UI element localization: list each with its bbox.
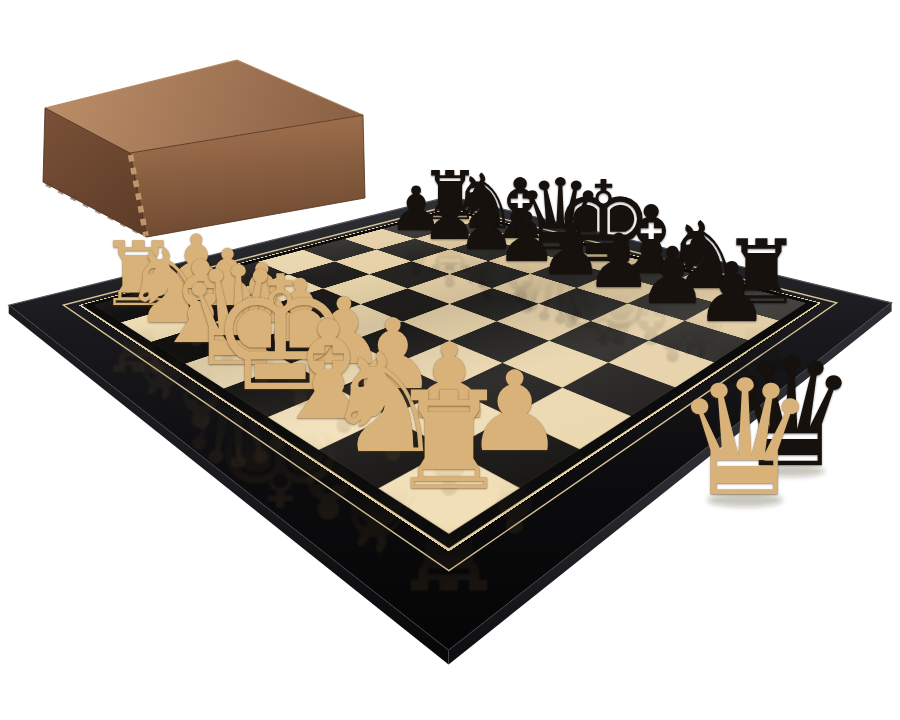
chess-set-photo-scene: ♜♜♞♞♝♝♛♛♚♚♝♝♞♞♜♜♟♟♟♟♟♟♟♟♟♟♟♟♟♟♟♟♟♟♟♟♟♟♟♟… bbox=[0, 0, 900, 720]
spare-white-queen[interactable]: ♛ bbox=[673, 359, 816, 519]
pieces-layer: ♜♜♞♞♝♝♛♛♚♚♝♝♞♞♜♜♟♟♟♟♟♟♟♟♟♟♟♟♟♟♟♟♟♟♟♟♟♟♟♟… bbox=[0, 0, 900, 720]
piece-white-rook-h1[interactable]: ♜ bbox=[389, 375, 510, 510]
piece-black-pawn-h7[interactable]: ♟ bbox=[695, 252, 769, 334]
